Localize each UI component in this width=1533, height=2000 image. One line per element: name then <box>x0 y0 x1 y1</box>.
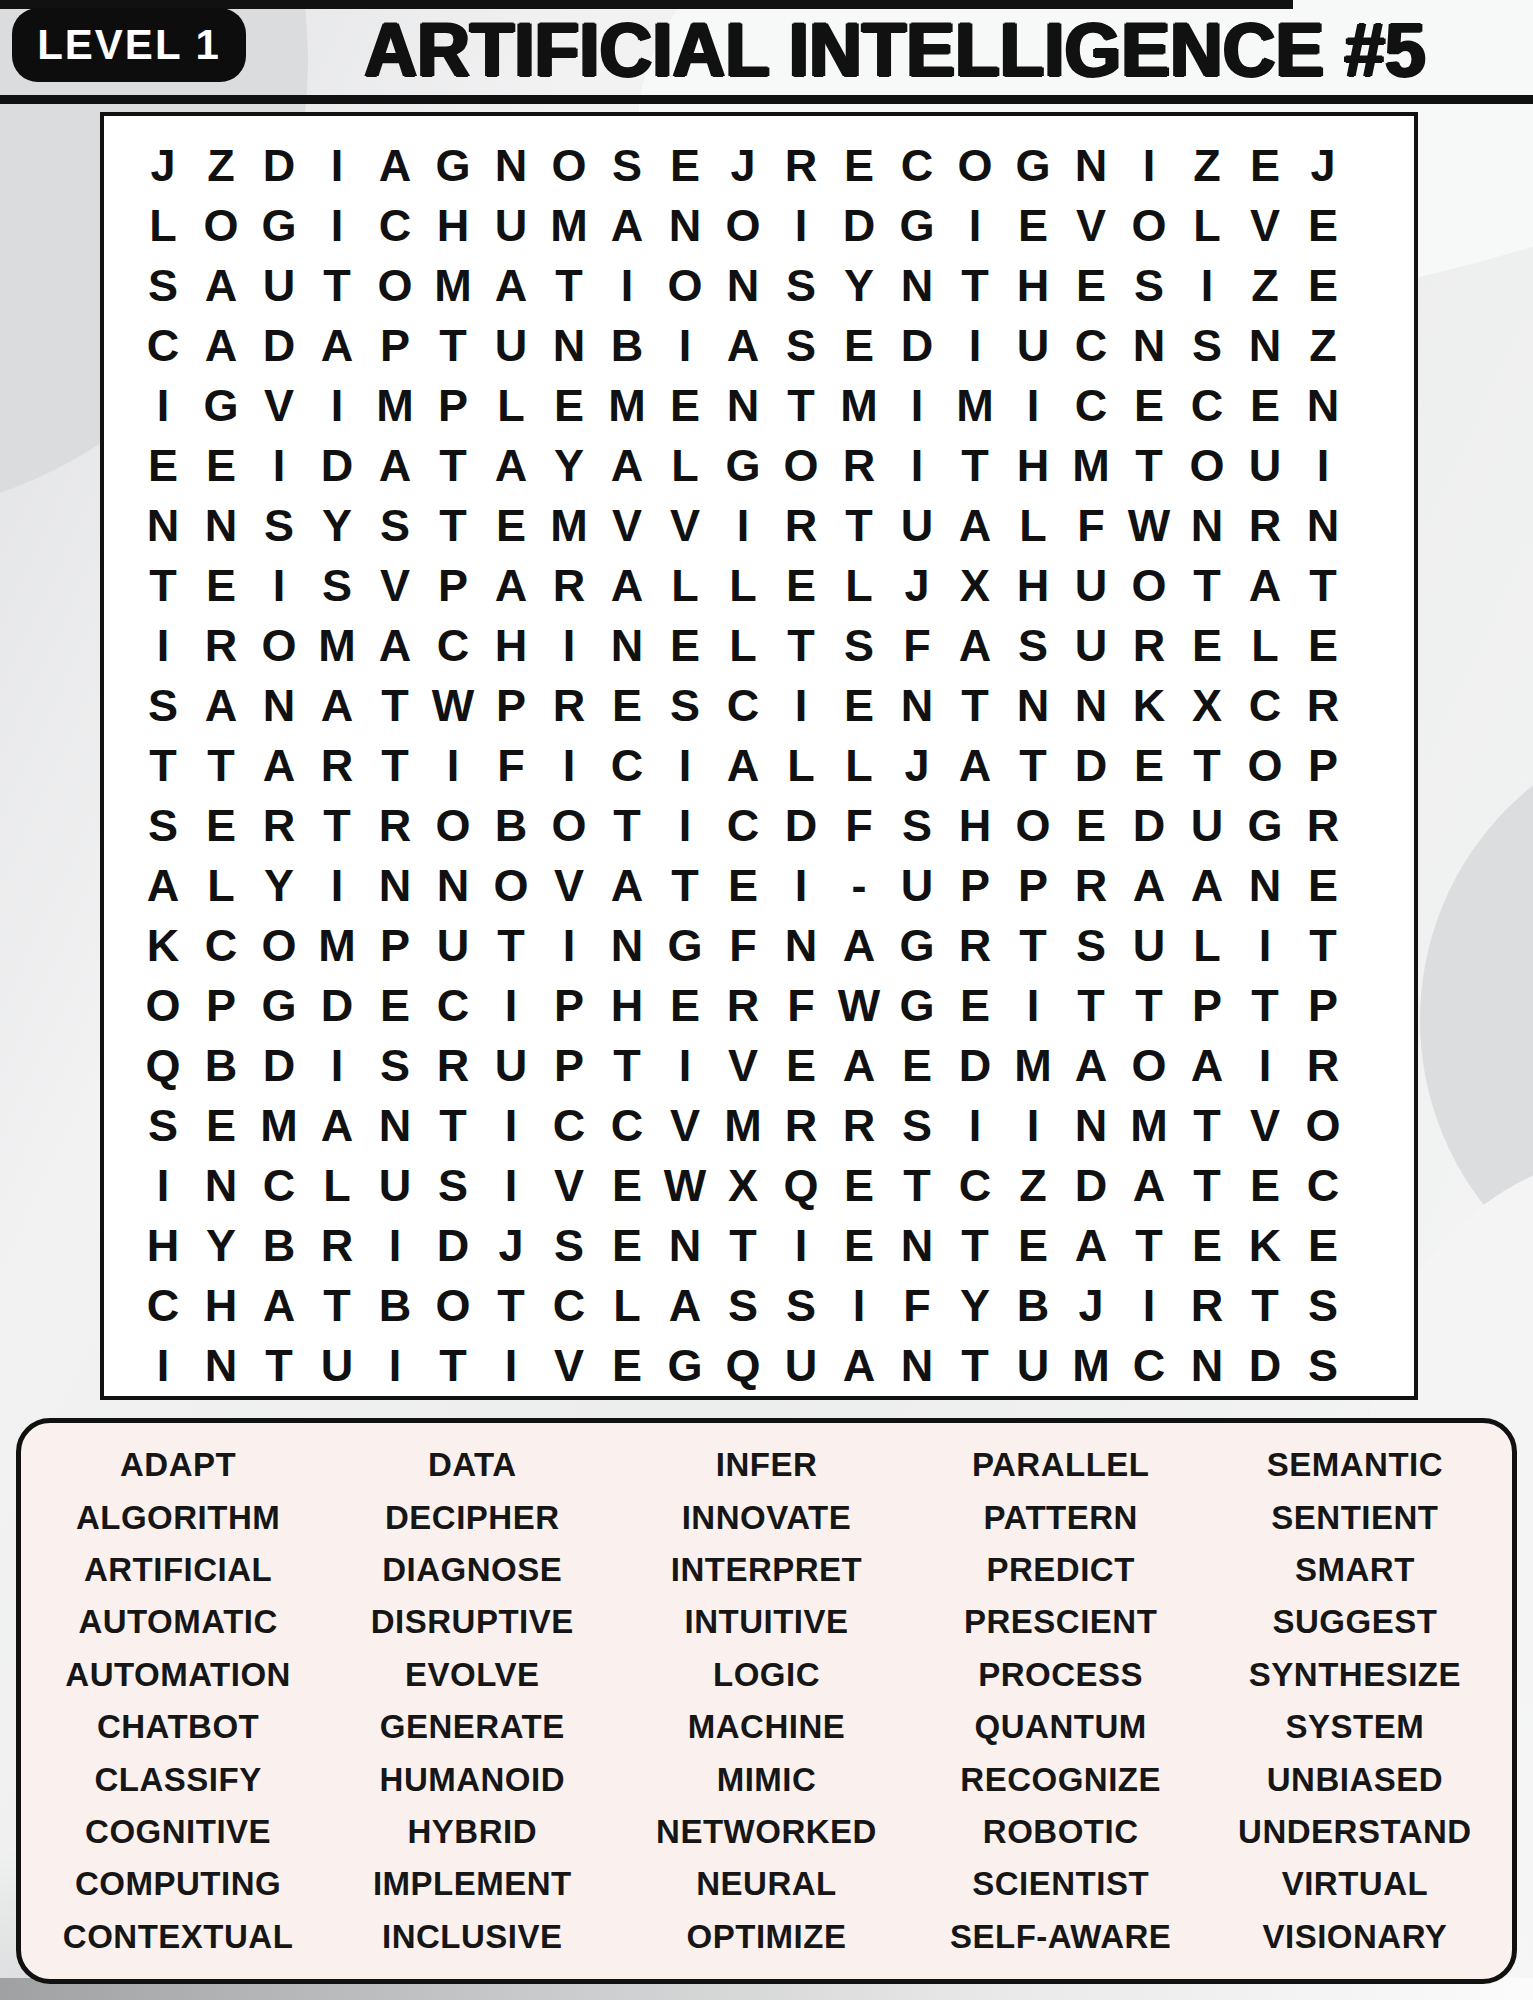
grid-cell[interactable]: Z <box>1294 315 1352 375</box>
grid-cell[interactable]: P <box>540 975 598 1035</box>
grid-cell[interactable]: I <box>134 1335 192 1395</box>
grid-cell[interactable]: B <box>1004 1275 1062 1335</box>
grid-cell[interactable]: E <box>540 375 598 435</box>
grid-cell[interactable]: M <box>424 255 482 315</box>
grid-cell[interactable]: C <box>1120 1335 1178 1395</box>
grid-cell[interactable]: C <box>598 735 656 795</box>
grid-cell[interactable]: O <box>540 795 598 855</box>
grid-cell[interactable]: T <box>714 1215 772 1275</box>
grid-cell[interactable]: I <box>1236 915 1294 975</box>
grid-cell[interactable]: Q <box>134 1035 192 1095</box>
grid-cell[interactable]: V <box>250 375 308 435</box>
grid-cell[interactable]: I <box>946 1095 1004 1155</box>
grid-cell[interactable]: E <box>1062 795 1120 855</box>
grid-cell[interactable]: O <box>366 255 424 315</box>
grid-cell[interactable]: U <box>1004 1335 1062 1395</box>
grid-cell[interactable]: C <box>714 675 772 735</box>
grid-cell[interactable]: E <box>1236 1155 1294 1215</box>
grid-cell[interactable]: I <box>946 195 1004 255</box>
grid-cell[interactable]: I <box>482 1335 540 1395</box>
grid-cell[interactable]: P <box>482 675 540 735</box>
grid-cell[interactable]: L <box>1178 195 1236 255</box>
grid-cell[interactable]: A <box>1062 1035 1120 1095</box>
grid-cell[interactable]: D <box>308 435 366 495</box>
grid-cell[interactable]: S <box>772 315 830 375</box>
grid-cell[interactable]: A <box>946 735 1004 795</box>
grid-cell[interactable]: R <box>366 795 424 855</box>
grid-cell[interactable]: E <box>656 615 714 675</box>
grid-cell[interactable]: E <box>830 675 888 735</box>
grid-cell[interactable]: O <box>1120 1035 1178 1095</box>
grid-cell[interactable]: T <box>1120 1215 1178 1275</box>
grid-cell[interactable]: O <box>424 795 482 855</box>
grid-cell[interactable]: P <box>1004 855 1062 915</box>
grid-cell[interactable]: L <box>134 195 192 255</box>
grid-cell[interactable]: G <box>1236 795 1294 855</box>
grid-cell[interactable]: O <box>946 135 1004 195</box>
grid-cell[interactable]: Y <box>308 495 366 555</box>
grid-cell[interactable]: U <box>772 1335 830 1395</box>
grid-cell[interactable]: O <box>656 255 714 315</box>
grid-cell[interactable]: I <box>308 855 366 915</box>
grid-cell[interactable]: R <box>714 975 772 1035</box>
grid-cell[interactable]: I <box>946 315 1004 375</box>
grid-cell[interactable]: G <box>888 975 946 1035</box>
grid-cell[interactable]: T <box>946 675 1004 735</box>
grid-cell[interactable]: S <box>366 495 424 555</box>
grid-cell[interactable]: N <box>424 855 482 915</box>
grid-cell[interactable]: A <box>598 555 656 615</box>
grid-cell[interactable]: F <box>482 735 540 795</box>
grid-cell[interactable]: E <box>598 1155 656 1215</box>
grid-cell[interactable]: E <box>1294 255 1352 315</box>
grid-cell[interactable]: H <box>424 195 482 255</box>
grid-cell[interactable]: N <box>1062 1095 1120 1155</box>
grid-cell[interactable]: I <box>888 375 946 435</box>
grid-cell[interactable]: K <box>134 915 192 975</box>
grid-cell[interactable]: R <box>540 555 598 615</box>
grid-cell[interactable]: I <box>772 675 830 735</box>
grid-cell[interactable]: C <box>1062 315 1120 375</box>
grid-cell[interactable]: V <box>540 1335 598 1395</box>
grid-cell[interactable]: T <box>424 435 482 495</box>
grid-cell[interactable]: A <box>250 735 308 795</box>
grid-cell[interactable]: N <box>366 1095 424 1155</box>
grid-cell[interactable]: S <box>424 1155 482 1215</box>
grid-cell[interactable]: J <box>482 1215 540 1275</box>
grid-cell[interactable]: D <box>1062 1155 1120 1215</box>
grid-cell[interactable]: Y <box>192 1215 250 1275</box>
grid-cell[interactable]: U <box>250 255 308 315</box>
grid-cell[interactable]: T <box>308 255 366 315</box>
grid-cell[interactable]: T <box>540 255 598 315</box>
grid-cell[interactable]: T <box>424 495 482 555</box>
grid-cell[interactable]: N <box>772 915 830 975</box>
grid-cell[interactable]: Y <box>946 1275 1004 1335</box>
grid-cell[interactable]: U <box>1178 795 1236 855</box>
grid-cell[interactable]: E <box>1178 1215 1236 1275</box>
grid-cell[interactable]: A <box>830 915 888 975</box>
grid-cell[interactable]: C <box>250 1155 308 1215</box>
grid-cell[interactable]: T <box>772 615 830 675</box>
grid-cell[interactable]: F <box>830 795 888 855</box>
grid-cell[interactable]: L <box>482 375 540 435</box>
grid-cell[interactable]: N <box>656 1215 714 1275</box>
grid-cell[interactable]: R <box>192 615 250 675</box>
grid-cell[interactable]: J <box>1294 135 1352 195</box>
grid-cell[interactable]: I <box>830 1275 888 1335</box>
grid-cell[interactable]: J <box>1062 1275 1120 1335</box>
grid-cell[interactable]: I <box>134 375 192 435</box>
grid-cell[interactable]: U <box>888 495 946 555</box>
grid-cell[interactable]: T <box>888 1155 946 1215</box>
grid-cell[interactable]: A <box>482 555 540 615</box>
grid-cell[interactable]: C <box>714 795 772 855</box>
grid-cell[interactable]: S <box>134 795 192 855</box>
grid-cell[interactable]: E <box>714 855 772 915</box>
grid-cell[interactable]: T <box>1062 975 1120 1035</box>
grid-cell[interactable]: U <box>1236 435 1294 495</box>
grid-cell[interactable]: I <box>308 1035 366 1095</box>
grid-cell[interactable]: H <box>946 795 1004 855</box>
grid-cell[interactable]: V <box>1236 195 1294 255</box>
grid-cell[interactable]: F <box>772 975 830 1035</box>
grid-cell[interactable]: A <box>308 1095 366 1155</box>
grid-cell[interactable]: Q <box>714 1335 772 1395</box>
grid-cell[interactable]: V <box>656 495 714 555</box>
grid-cell[interactable]: A <box>598 435 656 495</box>
grid-cell[interactable]: E <box>1120 375 1178 435</box>
grid-cell[interactable]: U <box>482 1035 540 1095</box>
grid-cell[interactable]: S <box>888 1095 946 1155</box>
grid-cell[interactable]: Y <box>250 855 308 915</box>
grid-cell[interactable]: D <box>830 195 888 255</box>
grid-cell[interactable]: B <box>598 315 656 375</box>
grid-cell[interactable]: P <box>366 915 424 975</box>
grid-cell[interactable]: A <box>830 1035 888 1095</box>
grid-cell[interactable]: A <box>482 435 540 495</box>
grid-cell[interactable]: S <box>772 255 830 315</box>
grid-cell[interactable]: G <box>714 435 772 495</box>
grid-cell[interactable]: E <box>192 795 250 855</box>
grid-cell[interactable]: T <box>250 1335 308 1395</box>
grid-cell[interactable]: R <box>1294 675 1352 735</box>
grid-cell[interactable]: I <box>772 855 830 915</box>
grid-cell[interactable]: J <box>888 555 946 615</box>
grid-cell[interactable]: P <box>1178 975 1236 1035</box>
grid-cell[interactable]: U <box>482 315 540 375</box>
grid-cell[interactable]: E <box>1294 1215 1352 1275</box>
grid-cell[interactable]: A <box>192 315 250 375</box>
grid-cell[interactable]: U <box>308 1335 366 1395</box>
grid-cell[interactable]: S <box>540 1215 598 1275</box>
grid-cell[interactable]: T <box>1120 975 1178 1035</box>
grid-cell[interactable]: R <box>1178 1275 1236 1335</box>
grid-cell[interactable]: T <box>598 1035 656 1095</box>
grid-cell[interactable]: C <box>1236 675 1294 735</box>
grid-cell[interactable]: N <box>598 915 656 975</box>
grid-cell[interactable]: R <box>1120 615 1178 675</box>
grid-cell[interactable]: T <box>308 1275 366 1335</box>
grid-cell[interactable]: T <box>482 1275 540 1335</box>
grid-cell[interactable]: I <box>656 315 714 375</box>
grid-cell[interactable]: D <box>1236 1335 1294 1395</box>
grid-cell[interactable]: M <box>598 375 656 435</box>
grid-cell[interactable]: M <box>250 1095 308 1155</box>
grid-cell[interactable]: C <box>366 195 424 255</box>
grid-cell[interactable]: D <box>250 315 308 375</box>
grid-cell[interactable]: D <box>424 1215 482 1275</box>
grid-cell[interactable]: I <box>366 1215 424 1275</box>
grid-cell[interactable]: B <box>482 795 540 855</box>
grid-cell[interactable]: E <box>830 315 888 375</box>
grid-cell[interactable]: J <box>714 135 772 195</box>
grid-cell[interactable]: A <box>366 435 424 495</box>
grid-cell[interactable]: E <box>1294 855 1352 915</box>
grid-cell[interactable]: - <box>830 855 888 915</box>
grid-cell[interactable]: Y <box>830 255 888 315</box>
grid-cell[interactable]: C <box>946 1155 1004 1215</box>
grid-cell[interactable]: S <box>888 795 946 855</box>
grid-cell[interactable]: M <box>830 375 888 435</box>
grid-cell[interactable]: M <box>366 375 424 435</box>
grid-cell[interactable]: L <box>830 735 888 795</box>
grid-cell[interactable]: S <box>134 255 192 315</box>
grid-cell[interactable]: A <box>714 735 772 795</box>
grid-cell[interactable]: U <box>1004 315 1062 375</box>
grid-cell[interactable]: O <box>250 615 308 675</box>
grid-cell[interactable]: S <box>1120 255 1178 315</box>
grid-cell[interactable]: S <box>1294 1275 1352 1335</box>
grid-cell[interactable]: T <box>1004 915 1062 975</box>
grid-cell[interactable]: C <box>134 315 192 375</box>
grid-cell[interactable]: U <box>888 855 946 915</box>
grid-cell[interactable]: M <box>1004 1035 1062 1095</box>
grid-cell[interactable]: R <box>1236 495 1294 555</box>
grid-cell[interactable]: X <box>1178 675 1236 735</box>
grid-cell[interactable]: K <box>1120 675 1178 735</box>
grid-cell[interactable]: G <box>888 195 946 255</box>
grid-cell[interactable]: N <box>598 615 656 675</box>
grid-cell[interactable]: C <box>1062 375 1120 435</box>
grid-cell[interactable]: R <box>1062 855 1120 915</box>
grid-cell[interactable]: S <box>656 675 714 735</box>
grid-cell[interactable]: T <box>772 375 830 435</box>
grid-cell[interactable]: E <box>366 975 424 1035</box>
grid-cell[interactable]: E <box>1178 615 1236 675</box>
grid-cell[interactable]: M <box>540 495 598 555</box>
grid-cell[interactable]: A <box>1236 555 1294 615</box>
grid-cell[interactable]: L <box>308 1155 366 1215</box>
grid-cell[interactable]: R <box>772 135 830 195</box>
grid-cell[interactable]: I <box>1294 435 1352 495</box>
grid-cell[interactable]: K <box>1236 1215 1294 1275</box>
grid-cell[interactable]: H <box>598 975 656 1035</box>
grid-cell[interactable]: L <box>598 1275 656 1335</box>
grid-cell[interactable]: N <box>192 495 250 555</box>
grid-cell[interactable]: U <box>482 195 540 255</box>
grid-cell[interactable]: S <box>714 1275 772 1335</box>
grid-cell[interactable]: A <box>1178 855 1236 915</box>
grid-cell[interactable]: N <box>1294 375 1352 435</box>
grid-cell[interactable]: D <box>1062 735 1120 795</box>
grid-cell[interactable]: G <box>250 195 308 255</box>
grid-cell[interactable]: S <box>830 615 888 675</box>
grid-cell[interactable]: P <box>424 555 482 615</box>
grid-cell[interactable]: N <box>888 1335 946 1395</box>
word-search-grid[interactable]: JZDIAGNOSEJRECOGNIZEJLOGICHUMANOIDGIEVOL… <box>134 135 1414 1395</box>
grid-cell[interactable]: A <box>192 675 250 735</box>
grid-cell[interactable]: B <box>250 1215 308 1275</box>
grid-cell[interactable]: A <box>250 1275 308 1335</box>
grid-cell[interactable]: V <box>598 495 656 555</box>
grid-cell[interactable]: U <box>1120 915 1178 975</box>
grid-cell[interactable]: X <box>946 555 1004 615</box>
grid-cell[interactable]: N <box>1062 135 1120 195</box>
grid-cell[interactable]: E <box>482 495 540 555</box>
grid-cell[interactable]: E <box>1004 195 1062 255</box>
grid-cell[interactable]: M <box>1062 435 1120 495</box>
grid-cell[interactable]: I <box>656 735 714 795</box>
grid-cell[interactable]: S <box>598 135 656 195</box>
grid-cell[interactable]: G <box>656 915 714 975</box>
grid-cell[interactable]: M <box>1062 1335 1120 1395</box>
grid-cell[interactable]: G <box>656 1335 714 1395</box>
grid-cell[interactable]: D <box>250 1035 308 1095</box>
grid-cell[interactable]: I <box>772 1215 830 1275</box>
grid-cell[interactable]: I <box>1120 135 1178 195</box>
grid-cell[interactable]: P <box>1294 975 1352 1035</box>
grid-cell[interactable]: G <box>250 975 308 1035</box>
grid-cell[interactable]: I <box>1120 1275 1178 1335</box>
grid-cell[interactable]: X <box>714 1155 772 1215</box>
grid-cell[interactable]: E <box>598 1335 656 1395</box>
grid-cell[interactable]: N <box>656 195 714 255</box>
grid-cell[interactable]: N <box>1004 675 1062 735</box>
grid-cell[interactable]: I <box>540 615 598 675</box>
grid-cell[interactable]: I <box>250 555 308 615</box>
grid-cell[interactable]: V <box>1062 195 1120 255</box>
grid-cell[interactable]: T <box>482 915 540 975</box>
grid-cell[interactable]: A <box>134 855 192 915</box>
grid-cell[interactable]: N <box>482 135 540 195</box>
grid-cell[interactable]: D <box>250 135 308 195</box>
grid-cell[interactable]: T <box>946 435 1004 495</box>
grid-cell[interactable]: N <box>888 675 946 735</box>
grid-cell[interactable]: S <box>134 1095 192 1155</box>
grid-cell[interactable]: V <box>1236 1095 1294 1155</box>
grid-cell[interactable]: I <box>482 1155 540 1215</box>
grid-cell[interactable]: C <box>540 1095 598 1155</box>
grid-cell[interactable]: T <box>366 675 424 735</box>
grid-cell[interactable]: L <box>192 855 250 915</box>
grid-cell[interactable]: H <box>482 615 540 675</box>
grid-cell[interactable]: I <box>888 435 946 495</box>
grid-cell[interactable]: A <box>1120 1155 1178 1215</box>
grid-cell[interactable]: U <box>1062 555 1120 615</box>
grid-cell[interactable]: G <box>1004 135 1062 195</box>
grid-cell[interactable]: S <box>1004 615 1062 675</box>
grid-cell[interactable]: I <box>134 615 192 675</box>
grid-cell[interactable]: N <box>192 1335 250 1395</box>
grid-cell[interactable]: N <box>192 1155 250 1215</box>
grid-cell[interactable]: O <box>1120 555 1178 615</box>
grid-cell[interactable]: V <box>714 1035 772 1095</box>
grid-cell[interactable]: E <box>656 135 714 195</box>
grid-cell[interactable]: C <box>424 975 482 1035</box>
grid-cell[interactable]: C <box>540 1275 598 1335</box>
grid-cell[interactable]: T <box>366 735 424 795</box>
grid-cell[interactable]: T <box>1178 555 1236 615</box>
grid-cell[interactable]: A <box>1120 855 1178 915</box>
grid-cell[interactable]: I <box>1236 1035 1294 1095</box>
grid-cell[interactable]: V <box>540 855 598 915</box>
grid-cell[interactable]: N <box>714 255 772 315</box>
grid-cell[interactable]: E <box>1004 1215 1062 1275</box>
grid-cell[interactable]: U <box>366 1155 424 1215</box>
grid-cell[interactable]: E <box>656 375 714 435</box>
grid-cell[interactable]: N <box>540 315 598 375</box>
grid-cell[interactable]: T <box>656 855 714 915</box>
grid-cell[interactable]: S <box>308 555 366 615</box>
grid-cell[interactable]: L <box>830 555 888 615</box>
grid-cell[interactable]: A <box>308 675 366 735</box>
grid-cell[interactable]: C <box>192 915 250 975</box>
grid-cell[interactable]: P <box>540 1035 598 1095</box>
grid-cell[interactable]: T <box>1236 975 1294 1035</box>
grid-cell[interactable]: O <box>134 975 192 1035</box>
grid-cell[interactable]: N <box>1120 315 1178 375</box>
grid-cell[interactable]: V <box>656 1095 714 1155</box>
grid-cell[interactable]: L <box>1236 615 1294 675</box>
grid-cell[interactable]: T <box>946 255 1004 315</box>
grid-cell[interactable]: S <box>250 495 308 555</box>
grid-cell[interactable]: J <box>134 135 192 195</box>
grid-cell[interactable]: F <box>888 1275 946 1335</box>
grid-cell[interactable]: U <box>424 915 482 975</box>
grid-cell[interactable]: E <box>830 135 888 195</box>
grid-cell[interactable]: P <box>424 375 482 435</box>
grid-cell[interactable]: N <box>250 675 308 735</box>
grid-cell[interactable]: F <box>714 915 772 975</box>
grid-cell[interactable]: C <box>1294 1155 1352 1215</box>
grid-cell[interactable]: S <box>366 1035 424 1095</box>
grid-cell[interactable]: S <box>1294 1335 1352 1395</box>
grid-cell[interactable]: I <box>656 795 714 855</box>
grid-cell[interactable]: N <box>714 375 772 435</box>
grid-cell[interactable]: O <box>1004 795 1062 855</box>
grid-cell[interactable]: H <box>1004 435 1062 495</box>
grid-cell[interactable]: R <box>946 915 1004 975</box>
grid-cell[interactable]: A <box>366 135 424 195</box>
grid-cell[interactable]: I <box>424 735 482 795</box>
grid-cell[interactable]: S <box>772 1275 830 1335</box>
grid-cell[interactable]: I <box>134 1155 192 1215</box>
grid-cell[interactable]: M <box>308 915 366 975</box>
grid-cell[interactable]: R <box>308 735 366 795</box>
grid-cell[interactable]: U <box>1062 615 1120 675</box>
grid-cell[interactable]: S <box>1062 915 1120 975</box>
grid-cell[interactable]: P <box>192 975 250 1035</box>
grid-cell[interactable]: O <box>250 915 308 975</box>
grid-cell[interactable]: W <box>656 1155 714 1215</box>
grid-cell[interactable]: O <box>192 195 250 255</box>
grid-cell[interactable]: A <box>714 315 772 375</box>
grid-cell[interactable]: O <box>1178 435 1236 495</box>
grid-cell[interactable]: E <box>134 435 192 495</box>
grid-cell[interactable]: D <box>772 795 830 855</box>
grid-cell[interactable]: E <box>830 1215 888 1275</box>
